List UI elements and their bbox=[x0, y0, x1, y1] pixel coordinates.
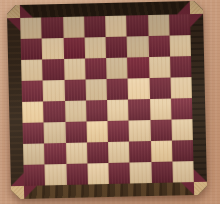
board-grid bbox=[20, 14, 194, 186]
square-a5[interactable] bbox=[22, 80, 44, 101]
square-e7[interactable] bbox=[106, 37, 128, 58]
square-c7[interactable] bbox=[63, 37, 85, 58]
square-g4[interactable] bbox=[149, 99, 171, 120]
square-d8[interactable] bbox=[84, 16, 106, 37]
square-f3[interactable] bbox=[129, 120, 151, 141]
maple-corner-block bbox=[11, 186, 24, 199]
maple-corner-block bbox=[190, 1, 203, 14]
board-frame bbox=[7, 1, 207, 199]
square-g6[interactable] bbox=[149, 57, 171, 78]
purpleheart-wedge bbox=[24, 186, 37, 199]
purpleheart-wedge bbox=[7, 18, 20, 31]
square-a6[interactable] bbox=[21, 59, 43, 80]
square-d1[interactable] bbox=[87, 163, 109, 184]
square-b2[interactable] bbox=[44, 143, 66, 164]
maple-corner-block bbox=[7, 5, 20, 18]
square-b7[interactable] bbox=[42, 38, 64, 59]
square-h2[interactable] bbox=[172, 140, 194, 161]
square-g2[interactable] bbox=[150, 141, 172, 162]
square-e8[interactable] bbox=[105, 16, 127, 37]
square-g8[interactable] bbox=[148, 15, 170, 36]
square-e4[interactable] bbox=[107, 100, 129, 121]
square-g3[interactable] bbox=[150, 120, 172, 141]
square-b4[interactable] bbox=[43, 101, 65, 122]
square-f7[interactable] bbox=[127, 36, 149, 57]
square-f2[interactable] bbox=[129, 141, 151, 162]
square-h6[interactable] bbox=[170, 56, 192, 77]
square-e3[interactable] bbox=[107, 121, 129, 142]
square-c3[interactable] bbox=[65, 121, 87, 142]
square-a7[interactable] bbox=[21, 38, 43, 59]
square-h3[interactable] bbox=[171, 119, 193, 140]
purpleheart-wedge bbox=[20, 5, 33, 18]
maple-corner-block bbox=[194, 182, 207, 195]
square-f8[interactable] bbox=[126, 15, 148, 36]
purpleheart-wedge bbox=[177, 1, 190, 14]
square-e1[interactable] bbox=[108, 163, 130, 184]
square-a4[interactable] bbox=[22, 101, 44, 122]
purpleheart-wedge bbox=[181, 182, 194, 195]
square-h5[interactable] bbox=[170, 77, 192, 98]
square-d4[interactable] bbox=[86, 100, 108, 121]
square-c2[interactable] bbox=[65, 142, 87, 163]
square-b5[interactable] bbox=[43, 80, 65, 101]
square-a2[interactable] bbox=[23, 143, 45, 164]
purpleheart-wedge bbox=[190, 14, 203, 27]
square-g5[interactable] bbox=[149, 78, 171, 99]
square-f6[interactable] bbox=[127, 57, 149, 78]
square-e6[interactable] bbox=[106, 58, 128, 79]
square-b8[interactable] bbox=[41, 17, 63, 38]
square-d3[interactable] bbox=[86, 121, 108, 142]
square-c8[interactable] bbox=[63, 17, 85, 38]
purpleheart-wedge bbox=[11, 173, 24, 186]
square-d2[interactable] bbox=[87, 142, 109, 163]
square-b3[interactable] bbox=[44, 122, 66, 143]
square-f4[interactable] bbox=[128, 99, 150, 120]
corner-inlay-bottom-right bbox=[181, 169, 208, 196]
square-d7[interactable] bbox=[84, 37, 106, 58]
square-g1[interactable] bbox=[151, 162, 173, 183]
square-c6[interactable] bbox=[64, 58, 86, 79]
square-b6[interactable] bbox=[42, 59, 64, 80]
square-c4[interactable] bbox=[65, 100, 87, 121]
square-a3[interactable] bbox=[22, 122, 44, 143]
square-d6[interactable] bbox=[85, 58, 107, 79]
square-e2[interactable] bbox=[108, 142, 130, 163]
corner-inlay-top-right bbox=[177, 1, 204, 28]
square-f5[interactable] bbox=[128, 78, 150, 99]
square-e5[interactable] bbox=[107, 79, 129, 100]
corner-inlay-bottom-left bbox=[11, 173, 38, 200]
square-f1[interactable] bbox=[130, 162, 152, 183]
square-h7[interactable] bbox=[169, 35, 191, 56]
corner-inlay-top-left bbox=[7, 5, 34, 32]
square-g7[interactable] bbox=[148, 36, 170, 57]
chessboard bbox=[7, 1, 207, 199]
square-c5[interactable] bbox=[64, 79, 86, 100]
purpleheart-wedge bbox=[194, 169, 207, 182]
square-h4[interactable] bbox=[171, 98, 193, 119]
square-b1[interactable] bbox=[45, 164, 67, 185]
square-d5[interactable] bbox=[85, 79, 107, 100]
square-c1[interactable] bbox=[66, 163, 88, 184]
